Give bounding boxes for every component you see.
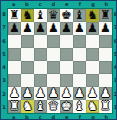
rank-label-2: 2	[113, 88, 117, 101]
file-label-f: f	[73, 114, 86, 120]
rank-label-4: 4	[113, 61, 117, 74]
rank-label-1: 1	[113, 101, 117, 114]
square-g7[interactable]: ♟	[86, 22, 99, 35]
file-labels-bottom: abcdefgh	[7, 114, 113, 120]
square-g4[interactable]	[86, 61, 99, 74]
piece-black-pawn-c7: ♟	[34, 22, 47, 35]
square-e6[interactable]	[60, 35, 73, 48]
square-e1[interactable]: ♚	[60, 100, 73, 113]
file-label-a: a	[7, 114, 20, 120]
square-c7[interactable]: ♟	[34, 22, 47, 35]
square-g6[interactable]	[86, 35, 99, 48]
square-g5[interactable]	[86, 48, 99, 61]
square-h5[interactable]	[99, 48, 112, 61]
piece-black-pawn-g7: ♟	[86, 22, 99, 35]
piece-black-pawn-b7: ♟	[21, 22, 34, 35]
square-f1[interactable]: ♝	[73, 100, 86, 113]
piece-white-knight-b1: ♞	[21, 100, 34, 113]
piece-white-rook-h1: ♜	[99, 100, 112, 113]
file-label-h: h	[100, 1, 113, 8]
piece-white-bishop-c1: ♝	[34, 100, 47, 113]
square-f4[interactable]	[73, 61, 86, 74]
rank-label-3: 3	[113, 74, 117, 87]
file-label-b: b	[20, 114, 33, 120]
rank-label-6: 6	[113, 35, 117, 48]
square-e4[interactable]	[60, 61, 73, 74]
square-a1[interactable]: ♜	[8, 100, 21, 113]
square-e5[interactable]	[60, 48, 73, 61]
rank-labels-right: 87654321	[113, 8, 117, 114]
square-b7[interactable]: ♟	[21, 22, 34, 35]
square-f7[interactable]: ♟	[73, 22, 86, 35]
square-h7[interactable]: ♟	[99, 22, 112, 35]
file-label-e: e	[60, 114, 73, 120]
file-label-f: f	[73, 1, 86, 8]
file-label-d: d	[47, 114, 60, 120]
rank-label-8: 8	[113, 8, 117, 21]
square-a7[interactable]: ♟	[8, 22, 21, 35]
file-label-a: a	[7, 1, 20, 8]
square-d1[interactable]: ♛	[47, 100, 60, 113]
square-c4[interactable]	[34, 61, 47, 74]
square-c1[interactable]: ♝	[34, 100, 47, 113]
square-d5[interactable]	[47, 48, 60, 61]
file-label-c: c	[34, 114, 47, 120]
rank-label-5: 5	[113, 48, 117, 61]
piece-white-queen-d1: ♛	[47, 100, 60, 113]
square-a4[interactable]	[8, 61, 21, 74]
square-f6[interactable]	[73, 35, 86, 48]
square-a5[interactable]	[8, 48, 21, 61]
square-g1[interactable]: ♞	[86, 100, 99, 113]
file-labels-top: abcdefgh	[7, 1, 113, 8]
square-f5[interactable]	[73, 48, 86, 61]
square-e7[interactable]: ♟	[60, 22, 73, 35]
piece-black-pawn-d7: ♟	[47, 22, 60, 35]
piece-black-pawn-e7: ♟	[60, 22, 73, 35]
piece-white-king-e1: ♚	[60, 100, 73, 113]
rank-label-7: 7	[113, 21, 117, 34]
square-a6[interactable]	[8, 35, 21, 48]
square-d6[interactable]	[47, 35, 60, 48]
square-h1[interactable]: ♜	[99, 100, 112, 113]
square-b1[interactable]: ♞	[21, 100, 34, 113]
piece-white-rook-a1: ♜	[8, 100, 21, 113]
square-b6[interactable]	[21, 35, 34, 48]
square-h4[interactable]	[99, 61, 112, 74]
file-label-b: b	[20, 1, 33, 8]
piece-black-pawn-a7: ♟	[8, 22, 21, 35]
chess-board: ♜♞♝♛♚♝♞♜♟♟♟♟♟♟♟♟♟♟♟♟♟♟♟♟♜♞♝♛♚♝♞♜	[7, 8, 113, 114]
piece-black-pawn-f7: ♟	[73, 22, 86, 35]
square-c5[interactable]	[34, 48, 47, 61]
piece-black-pawn-h7: ♟	[99, 22, 112, 35]
piece-white-bishop-f1: ♝	[73, 100, 86, 113]
file-label-g: g	[87, 114, 100, 120]
file-label-d: d	[47, 1, 60, 8]
file-label-g: g	[87, 1, 100, 8]
square-d7[interactable]: ♟	[47, 22, 60, 35]
file-label-e: e	[60, 1, 73, 8]
file-label-c: c	[34, 1, 47, 8]
square-d4[interactable]	[47, 61, 60, 74]
square-c6[interactable]	[34, 35, 47, 48]
square-h6[interactable]	[99, 35, 112, 48]
file-label-h: h	[100, 114, 113, 120]
piece-white-knight-g1: ♞	[86, 100, 99, 113]
square-b5[interactable]	[21, 48, 34, 61]
square-b4[interactable]	[21, 61, 34, 74]
chess-board-frame: abcdefgh abcdefgh 87654321 87654321 ♜♞♝♛…	[0, 0, 117, 120]
